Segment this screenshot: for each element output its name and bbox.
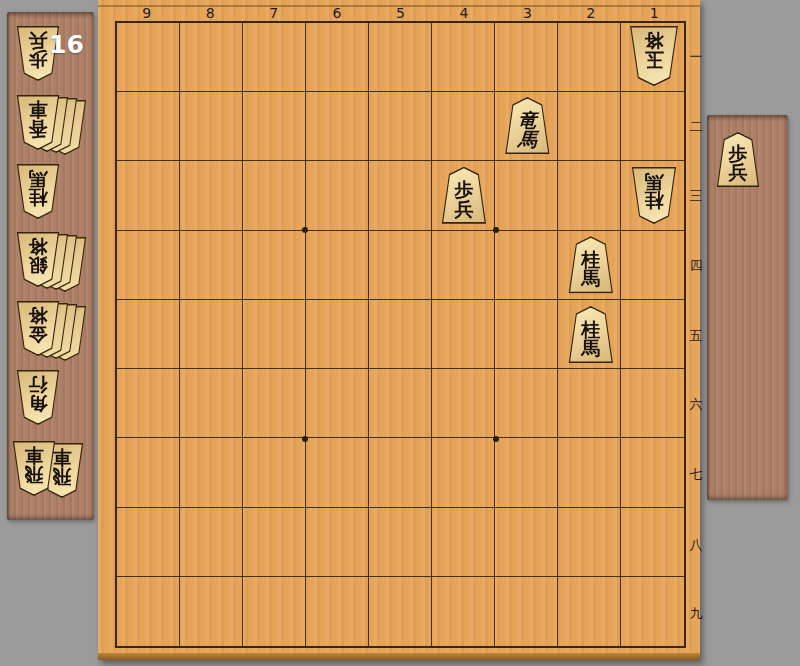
board-cell[interactable]: [621, 92, 684, 161]
board-cell[interactable]: [621, 231, 684, 300]
board-cell[interactable]: [180, 369, 243, 438]
board-cell[interactable]: [117, 508, 180, 577]
board-cell[interactable]: [180, 23, 243, 92]
rank-label: 七: [689, 466, 703, 484]
board-cell[interactable]: [621, 508, 684, 577]
board-cell[interactable]: [180, 438, 243, 507]
shogi-app-window: 歩兵16香車桂馬銀将金将角行飛車飛車 987654321一二三四五六七八九玉将竜…: [0, 0, 800, 666]
board-cell[interactable]: [432, 300, 495, 369]
board-cell[interactable]: [306, 300, 369, 369]
board-cell[interactable]: [369, 300, 432, 369]
board-cell[interactable]: [621, 369, 684, 438]
board-cell[interactable]: [117, 23, 180, 92]
file-label: 3: [516, 5, 538, 21]
file-label: 5: [389, 5, 411, 21]
board-cell[interactable]: [558, 508, 621, 577]
board-cell[interactable]: [432, 369, 495, 438]
board-cell[interactable]: [432, 231, 495, 300]
board-cell[interactable]: [180, 300, 243, 369]
board-cell[interactable]: [243, 508, 306, 577]
hand-slot-gold[interactable]: 金将: [7, 299, 94, 365]
board-cell[interactable]: [117, 300, 180, 369]
board-cell[interactable]: [117, 577, 180, 646]
board-cell[interactable]: [243, 231, 306, 300]
board-cell[interactable]: [495, 23, 558, 92]
board-cell[interactable]: [432, 508, 495, 577]
file-label: 7: [263, 5, 285, 21]
board-cell[interactable]: [306, 231, 369, 300]
board-cell[interactable]: [369, 231, 432, 300]
star-point: [302, 436, 308, 442]
board-cell[interactable]: [243, 23, 306, 92]
board-cell[interactable]: [495, 231, 558, 300]
file-label: 9: [136, 5, 158, 21]
board-cell[interactable]: [306, 161, 369, 230]
shogi-board: 987654321一二三四五六七八九玉将竜馬歩兵桂馬桂馬桂馬: [98, 0, 700, 660]
board-cell[interactable]: [432, 92, 495, 161]
board-cell[interactable]: [495, 577, 558, 646]
board-cell[interactable]: [117, 231, 180, 300]
file-label: 6: [326, 5, 348, 21]
file-label: 8: [199, 5, 221, 21]
board-cell[interactable]: [495, 161, 558, 230]
board-cell[interactable]: [243, 438, 306, 507]
board-cell[interactable]: [558, 161, 621, 230]
board-cell[interactable]: [495, 369, 558, 438]
file-label: 4: [453, 5, 475, 21]
board-cell[interactable]: [243, 92, 306, 161]
board-cell[interactable]: [180, 92, 243, 161]
hand-slot-silver[interactable]: 銀将: [7, 230, 94, 296]
file-label: 1: [643, 5, 665, 21]
board-cell[interactable]: [369, 161, 432, 230]
board-cell[interactable]: [495, 300, 558, 369]
board-cell[interactable]: [558, 577, 621, 646]
board-cell[interactable]: [369, 92, 432, 161]
hand-slot-lance[interactable]: 香車: [7, 93, 94, 159]
board-cell[interactable]: [180, 231, 243, 300]
board-cell[interactable]: [621, 300, 684, 369]
hand-slot-pawn[interactable]: 歩兵16: [7, 24, 94, 90]
board-cell[interactable]: [306, 577, 369, 646]
rank-label: 四: [689, 257, 703, 275]
board-cell[interactable]: [621, 577, 684, 646]
board-cell[interactable]: [117, 438, 180, 507]
board-cell[interactable]: [243, 577, 306, 646]
board-cell[interactable]: [180, 508, 243, 577]
shogi-piece-knight[interactable]: 桂馬: [15, 164, 61, 219]
shogi-piece-pawn[interactable]: 歩兵: [715, 132, 761, 187]
board-cell[interactable]: [495, 508, 558, 577]
hand-slot-rook[interactable]: 飛車飛車: [7, 439, 94, 505]
rank-label: 三: [689, 187, 703, 205]
board-cell[interactable]: [369, 508, 432, 577]
gote-hand-tray: 歩兵16香車桂馬銀将金将角行飛車飛車: [7, 12, 94, 520]
board-cell[interactable]: [306, 23, 369, 92]
board-cell[interactable]: [180, 577, 243, 646]
board-cell[interactable]: [306, 92, 369, 161]
board-cell[interactable]: [495, 438, 558, 507]
rank-label: 九: [689, 605, 703, 623]
board-cell[interactable]: [621, 438, 684, 507]
board-cell[interactable]: [558, 369, 621, 438]
sente-hand-tray: 歩兵: [707, 115, 788, 500]
rank-label: 二: [689, 118, 703, 136]
board-cell[interactable]: [117, 92, 180, 161]
board-cell[interactable]: [306, 438, 369, 507]
rank-label: 六: [689, 396, 703, 414]
board-cell[interactable]: [558, 438, 621, 507]
file-label: 2: [580, 5, 602, 21]
board-cell[interactable]: [243, 369, 306, 438]
board-cell[interactable]: [306, 508, 369, 577]
board-cell[interactable]: [306, 369, 369, 438]
rank-label: 一: [689, 48, 703, 66]
board-bottom-bevel: [98, 653, 700, 660]
board-cell[interactable]: [243, 161, 306, 230]
board-cell[interactable]: [558, 92, 621, 161]
rank-label: 五: [689, 327, 703, 345]
board-cell[interactable]: [369, 438, 432, 507]
board-cell[interactable]: [243, 300, 306, 369]
board-cell[interactable]: [432, 23, 495, 92]
captured-pawn-count: 16: [49, 30, 84, 59]
board-cell[interactable]: [369, 23, 432, 92]
star-point: [493, 436, 499, 442]
board-cell[interactable]: [117, 161, 180, 230]
star-point: [493, 227, 499, 233]
shogi-piece-bishop[interactable]: 角行: [15, 370, 61, 425]
board-cell[interactable]: [180, 161, 243, 230]
board-cell[interactable]: [369, 577, 432, 646]
board-cell[interactable]: [432, 577, 495, 646]
board-cell[interactable]: [117, 369, 180, 438]
hand-slot-pawn[interactable]: 歩兵: [707, 130, 788, 196]
star-point: [302, 227, 308, 233]
board-cell[interactable]: [369, 369, 432, 438]
board-cell[interactable]: [558, 23, 621, 92]
rank-label: 八: [689, 536, 703, 554]
hand-slot-bishop[interactable]: 角行: [7, 368, 94, 434]
hand-slot-knight[interactable]: 桂馬: [7, 162, 94, 228]
board-cell[interactable]: [432, 438, 495, 507]
